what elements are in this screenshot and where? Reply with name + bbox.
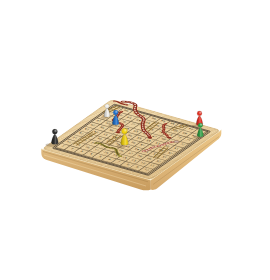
grid: 1009998979695949392918182838485868788899…	[54, 105, 209, 175]
board: 1009998979695949392918182838485868788899…	[41, 99, 221, 180]
product-photo-stage: 1009998979695949392918182838485868788899…	[0, 0, 270, 280]
